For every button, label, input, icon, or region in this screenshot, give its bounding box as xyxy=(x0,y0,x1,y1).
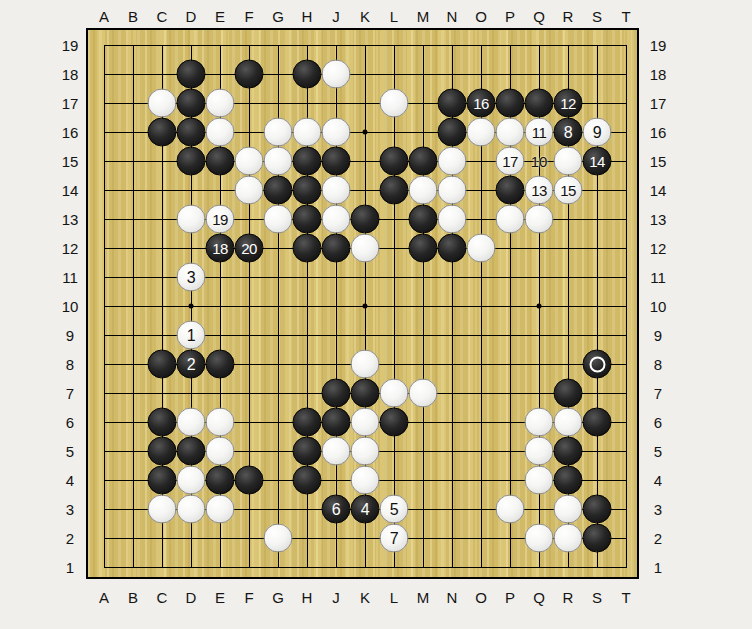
coord-label-right: 12 xyxy=(650,240,667,257)
coord-label-top: L xyxy=(390,8,398,25)
stone-white[interactable] xyxy=(554,408,583,437)
coord-label-top: K xyxy=(360,8,370,25)
coord-label-left: 7 xyxy=(66,385,74,402)
coord-label-top: O xyxy=(475,8,487,25)
stone-white[interactable] xyxy=(380,379,409,408)
coord-label-right: 13 xyxy=(650,211,667,228)
stone-white-move-5[interactable]: 5 xyxy=(380,495,409,524)
grid-line-vertical xyxy=(423,45,424,568)
coord-label-top: C xyxy=(157,8,168,25)
stone-white[interactable] xyxy=(351,350,380,379)
coord-label-top: E xyxy=(215,8,225,25)
stone-white[interactable] xyxy=(206,437,235,466)
coord-label-bottom: H xyxy=(302,589,313,606)
stone-black[interactable] xyxy=(148,118,177,147)
stone-white[interactable] xyxy=(438,176,467,205)
grid-line-vertical xyxy=(626,45,627,568)
coord-label-bottom: E xyxy=(215,589,225,606)
stone-white[interactable] xyxy=(525,205,554,234)
stone-black[interactable] xyxy=(293,234,322,263)
stone-black[interactable] xyxy=(583,524,612,553)
stone-black[interactable] xyxy=(322,379,351,408)
stone-black[interactable] xyxy=(438,89,467,118)
coord-label-right: 2 xyxy=(654,530,662,547)
coord-label-left: 16 xyxy=(62,124,79,141)
stone-black[interactable] xyxy=(293,408,322,437)
coord-label-left: 10 xyxy=(62,298,79,315)
stone-white[interactable] xyxy=(554,147,583,176)
stone-white[interactable] xyxy=(525,408,554,437)
stone-white[interactable] xyxy=(148,495,177,524)
stone-black[interactable] xyxy=(177,89,206,118)
stone-white[interactable] xyxy=(322,118,351,147)
coord-label-right: 7 xyxy=(654,385,662,402)
stone-black[interactable] xyxy=(177,437,206,466)
coord-label-left: 18 xyxy=(62,66,79,83)
stone-black[interactable] xyxy=(206,350,235,379)
coord-label-top: J xyxy=(332,8,340,25)
coord-label-left: 12 xyxy=(62,240,79,257)
stone-black-move-18[interactable]: 18 xyxy=(206,234,235,263)
coord-label-bottom: D xyxy=(186,589,197,606)
stone-black[interactable] xyxy=(583,408,612,437)
coord-label-top: B xyxy=(128,8,138,25)
coord-label-top: T xyxy=(621,8,630,25)
stone-white[interactable] xyxy=(148,89,177,118)
coord-label-bottom: R xyxy=(563,589,574,606)
coord-label-right: 11 xyxy=(650,269,666,286)
stone-white[interactable] xyxy=(351,437,380,466)
coord-label-top: H xyxy=(302,8,313,25)
star-point xyxy=(363,130,368,135)
coord-label-right: 8 xyxy=(654,356,662,373)
stone-white[interactable] xyxy=(554,524,583,553)
coord-label-bottom: L xyxy=(390,589,398,606)
coord-label-left: 5 xyxy=(66,443,74,460)
stone-white[interactable] xyxy=(322,437,351,466)
coord-label-left: 8 xyxy=(66,356,74,373)
stone-black[interactable] xyxy=(235,60,264,89)
stone-black-move-6[interactable]: 6 xyxy=(322,495,351,524)
stone-black[interactable] xyxy=(206,466,235,495)
coord-label-left: 14 xyxy=(62,182,79,199)
coord-label-right: 17 xyxy=(650,95,667,112)
stone-white[interactable] xyxy=(235,176,264,205)
stone-white[interactable] xyxy=(206,118,235,147)
stone-white[interactable] xyxy=(177,495,206,524)
stone-white[interactable] xyxy=(525,437,554,466)
stone-white-move-17[interactable]: 17 xyxy=(496,147,525,176)
stone-black[interactable] xyxy=(583,495,612,524)
grid-line-horizontal xyxy=(104,567,627,568)
stone-white-move-19[interactable]: 19 xyxy=(206,205,235,234)
coord-label-right: 16 xyxy=(650,124,667,141)
stone-black-move-12[interactable]: 12 xyxy=(554,89,583,118)
stone-black[interactable] xyxy=(351,379,380,408)
stone-white[interactable] xyxy=(467,234,496,263)
stone-white-move-15[interactable]: 15 xyxy=(554,176,583,205)
stone-white[interactable] xyxy=(554,495,583,524)
stone-white-move-9[interactable]: 9 xyxy=(583,118,612,147)
stone-black[interactable] xyxy=(322,234,351,263)
coord-label-top: N xyxy=(447,8,458,25)
stone-black[interactable] xyxy=(206,147,235,176)
stone-white[interactable] xyxy=(235,147,264,176)
coord-label-bottom: O xyxy=(475,589,487,606)
coord-label-right: 3 xyxy=(654,501,662,518)
stone-black[interactable] xyxy=(177,118,206,147)
coord-label-right: 9 xyxy=(654,327,662,344)
stone-white[interactable] xyxy=(264,147,293,176)
stone-white[interactable] xyxy=(409,379,438,408)
stone-white[interactable] xyxy=(467,118,496,147)
coord-label-left: 6 xyxy=(66,414,74,431)
coord-label-top: S xyxy=(592,8,602,25)
coord-label-bottom: N xyxy=(447,589,458,606)
stone-black-move-16[interactable]: 16 xyxy=(467,89,496,118)
coord-label-bottom: P xyxy=(505,589,515,606)
stone-black[interactable] xyxy=(380,176,409,205)
stone-black[interactable] xyxy=(554,379,583,408)
coord-label-bottom: T xyxy=(621,589,630,606)
stone-black[interactable] xyxy=(293,205,322,234)
coord-label-left: 19 xyxy=(62,37,79,54)
stone-black[interactable] xyxy=(525,89,554,118)
stone-black[interactable] xyxy=(409,234,438,263)
coord-label-right: 19 xyxy=(650,37,667,54)
coord-label-right: 4 xyxy=(654,472,662,489)
move-number-empty-point: 10 xyxy=(531,154,548,169)
coord-label-right: 6 xyxy=(654,414,662,431)
coord-label-left: 4 xyxy=(66,472,74,489)
stone-white[interactable] xyxy=(264,118,293,147)
stone-white-move-7[interactable]: 7 xyxy=(380,524,409,553)
coord-label-bottom: A xyxy=(99,589,109,606)
stone-white[interactable] xyxy=(264,205,293,234)
stone-white[interactable] xyxy=(177,408,206,437)
coord-label-bottom: G xyxy=(272,589,284,606)
coord-label-top: G xyxy=(272,8,284,25)
coord-label-top: P xyxy=(505,8,515,25)
stone-white[interactable] xyxy=(206,495,235,524)
coord-label-top: Q xyxy=(533,8,545,25)
coord-label-left: 17 xyxy=(62,95,79,112)
stone-white[interactable] xyxy=(177,205,206,234)
coord-label-left: 2 xyxy=(66,530,74,547)
stone-black[interactable] xyxy=(148,350,177,379)
coord-label-left: 13 xyxy=(62,211,79,228)
stone-black[interactable] xyxy=(293,176,322,205)
stone-black[interactable] xyxy=(496,89,525,118)
coord-label-left: 11 xyxy=(62,269,78,286)
stone-white[interactable] xyxy=(322,60,351,89)
stone-black[interactable] xyxy=(235,466,264,495)
coord-label-bottom: F xyxy=(244,589,253,606)
stone-black[interactable] xyxy=(496,176,525,205)
stone-black-move-14[interactable]: 14 xyxy=(583,147,612,176)
coord-label-bottom: J xyxy=(332,589,340,606)
stone-white[interactable] xyxy=(496,205,525,234)
coord-label-top: F xyxy=(244,8,253,25)
stone-black-marked[interactable] xyxy=(583,350,612,379)
stone-white[interactable] xyxy=(351,466,380,495)
coord-label-bottom: Q xyxy=(533,589,545,606)
stone-white-move-11[interactable]: 11 xyxy=(525,118,554,147)
stone-white[interactable] xyxy=(496,495,525,524)
stone-white[interactable] xyxy=(496,118,525,147)
stone-white[interactable] xyxy=(351,234,380,263)
coord-label-right: 14 xyxy=(650,182,667,199)
stone-white[interactable] xyxy=(438,147,467,176)
coord-label-right: 18 xyxy=(650,66,667,83)
stone-black[interactable] xyxy=(293,147,322,176)
stone-white[interactable] xyxy=(351,408,380,437)
stone-black[interactable] xyxy=(293,60,322,89)
stone-white[interactable] xyxy=(525,466,554,495)
coord-label-left: 3 xyxy=(66,501,74,518)
stone-black[interactable] xyxy=(148,437,177,466)
stone-black[interactable] xyxy=(351,205,380,234)
stone-black[interactable] xyxy=(438,118,467,147)
stone-white[interactable] xyxy=(409,176,438,205)
stone-white[interactable] xyxy=(322,176,351,205)
stone-white-move-3[interactable]: 3 xyxy=(177,263,206,292)
coord-label-right: 10 xyxy=(650,298,667,315)
stone-white[interactable] xyxy=(380,89,409,118)
stone-black-move-8[interactable]: 8 xyxy=(554,118,583,147)
circle-mark xyxy=(589,356,605,372)
stone-black[interactable] xyxy=(293,437,322,466)
stone-white[interactable] xyxy=(438,205,467,234)
stone-white[interactable] xyxy=(525,524,554,553)
coord-label-right: 1 xyxy=(654,559,662,576)
star-point xyxy=(363,304,368,309)
stone-white[interactable] xyxy=(322,205,351,234)
stone-black[interactable] xyxy=(409,147,438,176)
stone-black[interactable] xyxy=(554,437,583,466)
stone-white-move-13[interactable]: 13 xyxy=(525,176,554,205)
coord-label-right: 15 xyxy=(650,153,667,170)
stone-black[interactable] xyxy=(409,205,438,234)
coord-label-left: 1 xyxy=(66,559,74,576)
stone-black[interactable] xyxy=(148,408,177,437)
stone-white[interactable] xyxy=(264,524,293,553)
stone-black[interactable] xyxy=(293,466,322,495)
stone-white[interactable] xyxy=(206,89,235,118)
go-board-panel: AABBCCDDEEFFGGHHJJKKLLMMNNOOPPQQRRSSTT19… xyxy=(0,0,752,629)
coord-label-bottom: C xyxy=(157,589,168,606)
stone-black[interactable] xyxy=(264,176,293,205)
coord-label-top: D xyxy=(186,8,197,25)
coord-label-bottom: S xyxy=(592,589,602,606)
stone-black[interactable] xyxy=(322,408,351,437)
stone-black-move-4[interactable]: 4 xyxy=(351,495,380,524)
stone-black[interactable] xyxy=(380,408,409,437)
coord-label-top: M xyxy=(417,8,430,25)
stone-black[interactable] xyxy=(380,147,409,176)
coord-label-top: A xyxy=(99,8,109,25)
stone-black-move-2[interactable]: 2 xyxy=(177,350,206,379)
stone-black[interactable] xyxy=(177,60,206,89)
stone-black[interactable] xyxy=(177,147,206,176)
stone-black[interactable] xyxy=(322,147,351,176)
stone-black-move-20[interactable]: 20 xyxy=(235,234,264,263)
stone-white[interactable] xyxy=(206,408,235,437)
coord-label-top: R xyxy=(563,8,574,25)
stone-black[interactable] xyxy=(554,466,583,495)
star-point xyxy=(537,304,542,309)
coord-label-right: 5 xyxy=(654,443,662,460)
coord-label-bottom: K xyxy=(360,589,370,606)
star-point xyxy=(189,304,194,309)
coord-label-left: 9 xyxy=(66,327,74,344)
stone-black[interactable] xyxy=(148,466,177,495)
grid-line-vertical xyxy=(394,45,395,568)
stone-white[interactable] xyxy=(177,466,206,495)
coord-label-bottom: M xyxy=(417,589,430,606)
coord-label-left: 15 xyxy=(62,153,79,170)
coord-label-bottom: B xyxy=(128,589,138,606)
stone-white[interactable] xyxy=(293,118,322,147)
stone-black[interactable] xyxy=(438,234,467,263)
stone-white-move-1[interactable]: 1 xyxy=(177,321,206,350)
